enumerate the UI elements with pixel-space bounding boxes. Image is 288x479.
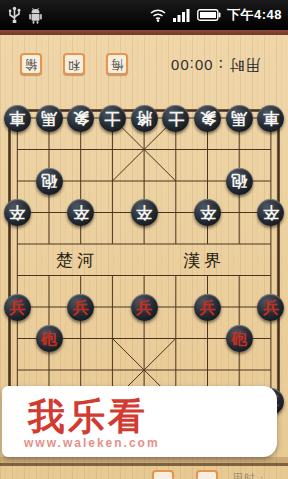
river-label-left: 楚河	[56, 249, 98, 272]
piece-red-砲[interactable]: 砲	[36, 325, 63, 352]
draw-button-black[interactable]: 和	[63, 53, 85, 75]
piece-black-馬[interactable]: 馬	[226, 105, 253, 132]
app-screen: 下午4:48 输 和 悔 用时：00:00 楚河 漢界 車馬象士將士象馬車砲砲卒…	[0, 0, 288, 479]
wifi-icon	[149, 8, 167, 22]
android-robot-icon	[28, 7, 43, 24]
piece-red-砲[interactable]: 砲	[226, 325, 253, 352]
piece-red-兵[interactable]: 兵	[131, 294, 158, 321]
status-bar: 下午4:48	[0, 0, 288, 30]
piece-black-砲[interactable]: 砲	[226, 168, 253, 195]
header-divider	[0, 30, 288, 35]
black-timer: 用时：00:00	[148, 55, 282, 74]
piece-black-車[interactable]: 車	[257, 105, 284, 132]
signal-bars-icon	[173, 8, 191, 22]
status-time: 下午4:48	[227, 6, 282, 24]
piece-black-士[interactable]: 士	[162, 105, 189, 132]
piece-black-士[interactable]: 士	[99, 105, 126, 132]
river-label-right: 漢界	[183, 249, 225, 272]
piece-black-象[interactable]: 象	[67, 105, 94, 132]
piece-red-兵[interactable]: 兵	[4, 294, 31, 321]
draw-button-label: 和	[68, 56, 80, 73]
usb-icon	[8, 6, 21, 24]
piece-black-象[interactable]: 象	[194, 105, 221, 132]
watermark-url: www.waleken.com	[24, 436, 160, 450]
battery-icon	[197, 9, 221, 21]
resign-button-black[interactable]: 输	[20, 53, 42, 75]
black-timer-label: 用时：00:00	[170, 55, 261, 74]
piece-black-卒[interactable]: 卒	[194, 199, 221, 226]
bottom-divider	[0, 463, 288, 466]
watermark-title: 我乐看	[28, 392, 148, 442]
piece-black-車[interactable]: 車	[4, 105, 31, 132]
draw-button-red[interactable]	[196, 470, 218, 479]
undo-button-black[interactable]: 悔	[106, 53, 128, 75]
red-timer: 用时：00:00	[232, 471, 288, 479]
piece-black-馬[interactable]: 馬	[36, 105, 63, 132]
watermark-banner: 我乐看 www.waleken.com	[2, 386, 277, 457]
piece-black-將[interactable]: 將	[131, 105, 158, 132]
piece-black-卒[interactable]: 卒	[131, 199, 158, 226]
piece-black-卒[interactable]: 卒	[67, 199, 94, 226]
piece-black-卒[interactable]: 卒	[4, 199, 31, 226]
undo-button-label: 悔	[111, 56, 123, 73]
piece-red-兵[interactable]: 兵	[194, 294, 221, 321]
resign-button-red[interactable]	[152, 470, 174, 479]
resign-button-label: 输	[25, 56, 37, 73]
piece-red-兵[interactable]: 兵	[257, 294, 284, 321]
piece-black-砲[interactable]: 砲	[36, 168, 63, 195]
piece-red-兵[interactable]: 兵	[67, 294, 94, 321]
